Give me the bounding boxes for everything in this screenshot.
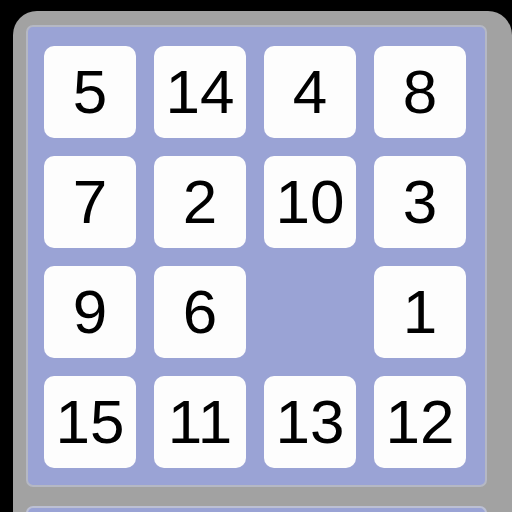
puzzle-board: 514487210396115111312 xyxy=(26,25,487,487)
tile-7[interactable]: 7 xyxy=(44,156,136,248)
tile-13[interactable]: 13 xyxy=(264,376,356,468)
tile-4[interactable]: 4 xyxy=(264,46,356,138)
tile-9[interactable]: 9 xyxy=(44,266,136,358)
tile-11[interactable]: 11 xyxy=(154,376,246,468)
tile-12[interactable]: 12 xyxy=(374,376,466,468)
tile-grid: 514487210396115111312 xyxy=(28,27,485,487)
tile-14[interactable]: 14 xyxy=(154,46,246,138)
empty-cell xyxy=(264,266,356,358)
tile-8[interactable]: 8 xyxy=(374,46,466,138)
tile-5[interactable]: 5 xyxy=(44,46,136,138)
tile-2[interactable]: 2 xyxy=(154,156,246,248)
screen: 514487210396115111312 xyxy=(0,0,512,512)
puzzle-frame: 514487210396115111312 xyxy=(13,11,512,512)
tile-1[interactable]: 1 xyxy=(374,266,466,358)
tile-3[interactable]: 3 xyxy=(374,156,466,248)
tile-6[interactable]: 6 xyxy=(154,266,246,358)
tile-10[interactable]: 10 xyxy=(264,156,356,248)
bottom-panel-cropped xyxy=(26,506,487,512)
tile-15[interactable]: 15 xyxy=(44,376,136,468)
